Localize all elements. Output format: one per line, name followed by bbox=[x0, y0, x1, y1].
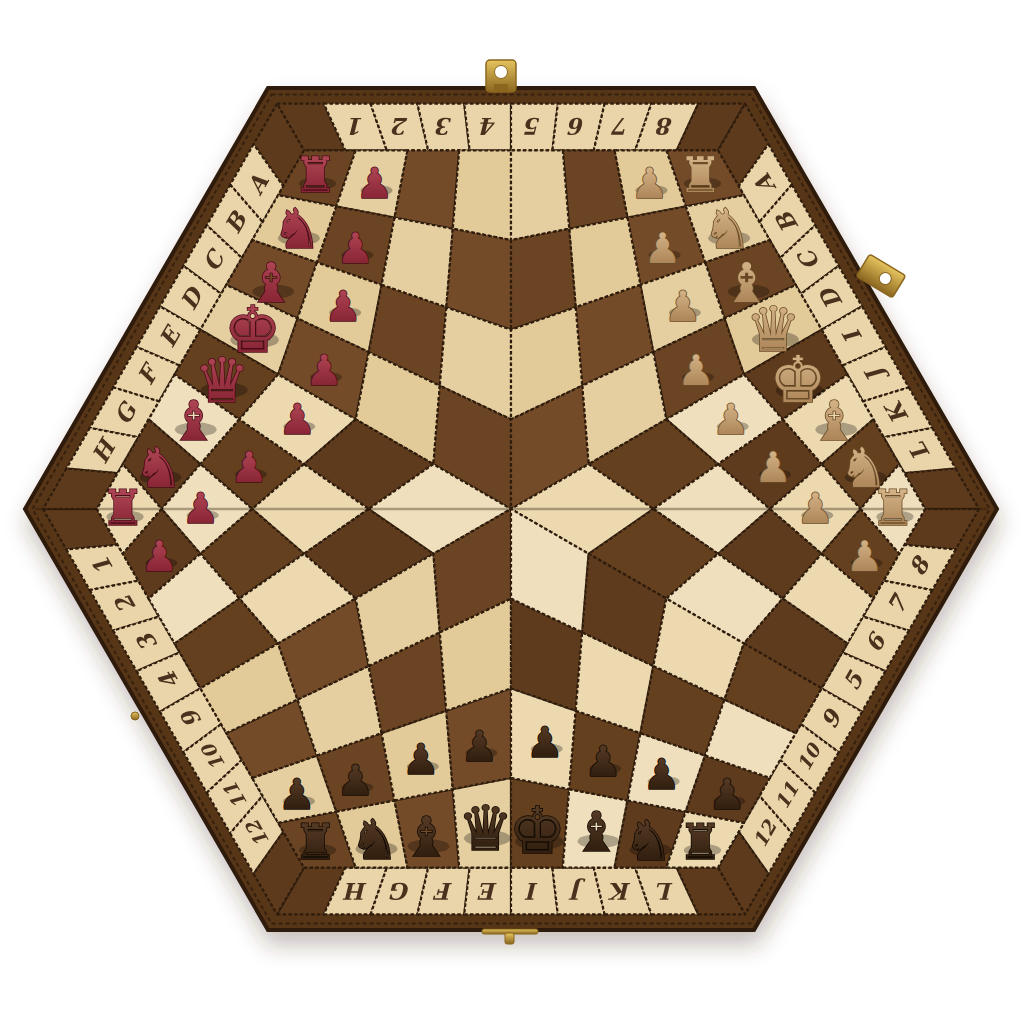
pawn-glyph: ♟ bbox=[796, 484, 834, 533]
pawn-glyph: ♟ bbox=[402, 735, 440, 784]
piece-red-pawn-d2[interactable]: ♟ bbox=[305, 346, 343, 395]
pawn-glyph: ♟ bbox=[846, 532, 884, 581]
coordinate-label-top-3: 3 bbox=[435, 113, 453, 140]
piece-dark-pawn-j11[interactable]: ♟ bbox=[584, 737, 622, 786]
cell-a4[interactable] bbox=[453, 150, 511, 240]
piece-dark-knight-g12[interactable]: ♞ bbox=[350, 808, 399, 872]
piece-tan-pawn-k7[interactable]: ♟ bbox=[796, 484, 834, 533]
pawn-glyph: ♟ bbox=[677, 346, 715, 395]
rook-glyph: ♜ bbox=[101, 480, 145, 537]
coordinate-label-top-4: 4 bbox=[480, 113, 497, 140]
pawn-glyph: ♟ bbox=[356, 159, 394, 208]
piece-red-pawn-a2[interactable]: ♟ bbox=[356, 159, 394, 208]
knight-glyph: ♞ bbox=[624, 809, 673, 873]
piece-dark-rook-h12[interactable]: ♜ bbox=[294, 814, 338, 871]
piece-dark-pawn-f11[interactable]: ♟ bbox=[402, 735, 440, 784]
bishop-glyph: ♝ bbox=[402, 805, 451, 869]
rook-glyph: ♜ bbox=[679, 814, 723, 871]
piece-dark-bishop-f12[interactable]: ♝ bbox=[402, 805, 451, 869]
coordinate-label-bottom-H: H bbox=[342, 878, 367, 905]
pawn-glyph: ♟ bbox=[644, 224, 682, 273]
cell-a6[interactable] bbox=[563, 150, 628, 228]
pawn-glyph: ♟ bbox=[584, 737, 622, 786]
rook-glyph: ♜ bbox=[294, 147, 338, 204]
piece-tan-pawn-c7[interactable]: ♟ bbox=[664, 282, 702, 331]
king-glyph: ♚ bbox=[509, 794, 566, 868]
piece-dark-pawn-h11[interactable]: ♟ bbox=[278, 770, 316, 819]
pawn-glyph: ♟ bbox=[526, 718, 564, 767]
piece-tan-pawn-l7[interactable]: ♟ bbox=[846, 532, 884, 581]
pawn-glyph: ♟ bbox=[754, 443, 792, 492]
pawn-glyph: ♟ bbox=[631, 159, 669, 208]
pawn-glyph: ♟ bbox=[664, 282, 702, 331]
piece-red-pawn-h2[interactable]: ♟ bbox=[141, 532, 179, 581]
piece-tan-pawn-j7[interactable]: ♟ bbox=[754, 443, 792, 492]
rook-glyph: ♜ bbox=[679, 147, 723, 204]
piece-red-pawn-g2[interactable]: ♟ bbox=[182, 484, 220, 533]
knight-glyph: ♞ bbox=[350, 808, 399, 872]
piece-red-pawn-e2[interactable]: ♟ bbox=[278, 395, 316, 444]
piece-dark-pawn-e11[interactable]: ♟ bbox=[460, 722, 498, 771]
top-clasp bbox=[486, 60, 516, 92]
piece-tan-pawn-i7[interactable]: ♟ bbox=[712, 395, 750, 444]
piece-red-pawn-b2[interactable]: ♟ bbox=[337, 224, 375, 273]
piece-red-rook-h1[interactable]: ♜ bbox=[101, 480, 145, 537]
cell-a5[interactable] bbox=[511, 150, 569, 240]
piece-tan-rook-a8[interactable]: ♜ bbox=[679, 147, 723, 204]
three-player-chess-board: 12345678ABCDIJKL87659101112HGFEIJKL12349… bbox=[0, 0, 1024, 1024]
pawn-glyph: ♟ bbox=[712, 395, 750, 444]
pawn-glyph: ♟ bbox=[643, 750, 681, 799]
rook-glyph: ♜ bbox=[871, 480, 915, 537]
pawn-glyph: ♟ bbox=[278, 770, 316, 819]
piece-dark-pawn-l11[interactable]: ♟ bbox=[708, 770, 746, 819]
piece-tan-pawn-a7[interactable]: ♟ bbox=[631, 159, 669, 208]
piece-dark-queen-e12[interactable]: ♛ bbox=[458, 792, 514, 865]
piece-red-rook-a1[interactable]: ♜ bbox=[294, 147, 338, 204]
piece-tan-pawn-d7[interactable]: ♟ bbox=[677, 346, 715, 395]
rook-glyph: ♜ bbox=[294, 814, 338, 871]
pawn-glyph: ♟ bbox=[708, 770, 746, 819]
coordinate-label-bottom-G: G bbox=[388, 878, 410, 905]
piece-red-pawn-c2[interactable]: ♟ bbox=[324, 282, 362, 331]
bishop-glyph: ♝ bbox=[572, 800, 621, 864]
piece-tan-rook-l8[interactable]: ♜ bbox=[871, 480, 915, 537]
pawn-glyph: ♟ bbox=[305, 346, 343, 395]
piece-dark-king-i12[interactable]: ♚ bbox=[509, 794, 566, 868]
pawn-glyph: ♟ bbox=[230, 443, 268, 492]
piece-dark-knight-k12[interactable]: ♞ bbox=[624, 809, 673, 873]
coordinate-label-top-1: 1 bbox=[349, 113, 365, 140]
piece-dark-rook-l12[interactable]: ♜ bbox=[679, 814, 723, 871]
pawn-glyph: ♟ bbox=[141, 532, 179, 581]
coordinate-label-top-2: 2 bbox=[391, 113, 409, 140]
photo-background: 12345678ABCDIJKL87659101112HGFEIJKL12349… bbox=[0, 0, 1024, 1024]
pawn-glyph: ♟ bbox=[337, 756, 375, 805]
piece-red-pawn-f2[interactable]: ♟ bbox=[230, 443, 268, 492]
queen-glyph: ♛ bbox=[458, 792, 514, 865]
coordinate-label-top-8: 8 bbox=[655, 113, 673, 140]
coordinate-label-top-5: 5 bbox=[523, 113, 541, 140]
coordinate-label-top-6: 6 bbox=[567, 113, 585, 140]
piece-dark-bishop-j12[interactable]: ♝ bbox=[572, 800, 621, 864]
piece-dark-pawn-i11[interactable]: ♟ bbox=[526, 718, 564, 767]
pawn-glyph: ♟ bbox=[460, 722, 498, 771]
pawn-glyph: ♟ bbox=[324, 282, 362, 331]
pawn-glyph: ♟ bbox=[182, 484, 220, 533]
left-hinge-pin bbox=[131, 712, 139, 720]
piece-tan-pawn-b7[interactable]: ♟ bbox=[644, 224, 682, 273]
piece-dark-pawn-k11[interactable]: ♟ bbox=[643, 750, 681, 799]
coordinate-label-bottom-L: L bbox=[657, 878, 674, 905]
cell-a3[interactable] bbox=[395, 150, 460, 228]
piece-dark-pawn-g11[interactable]: ♟ bbox=[337, 756, 375, 805]
pawn-glyph: ♟ bbox=[278, 395, 316, 444]
pawn-glyph: ♟ bbox=[337, 224, 375, 273]
